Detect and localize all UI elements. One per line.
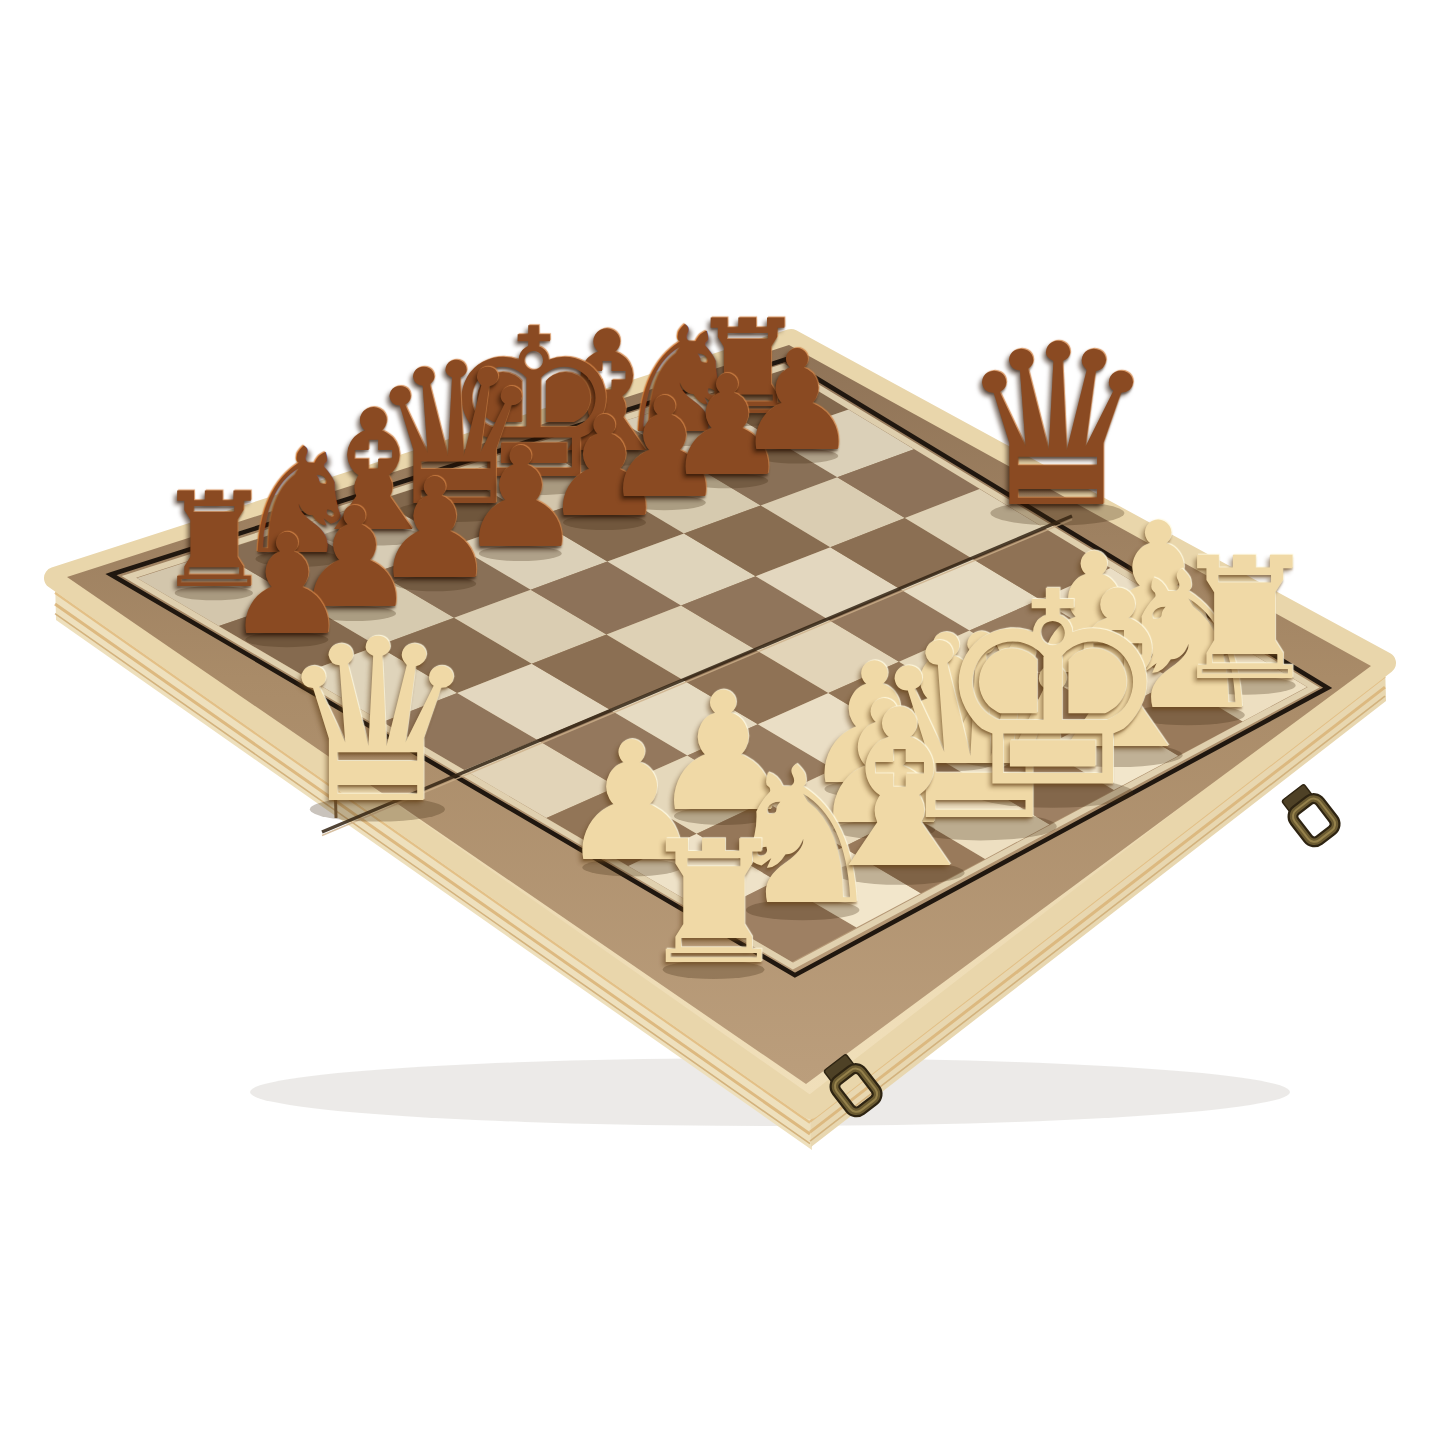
latch-icon [1280, 783, 1338, 845]
product-photo-scene: ♞♝♝♚♛♜♞♜♟♟♟♟♟♟♟♟♛♛♟♟♟♟♟♟♟♟♞♞♜♛♝♜♝♚ Opene… [0, 0, 1445, 1445]
piece-white-king-e1[interactable]: ♚ [932, 557, 1173, 825]
piece-black-pawn-h7[interactable]: ♟ [735, 333, 859, 471]
piece-white-rook-a1[interactable]: ♜ [637, 819, 789, 989]
piece-white-queen-a4[interactable]: ♛ [277, 610, 479, 835]
piece-black-pawn-d7[interactable]: ♟ [458, 430, 582, 568]
